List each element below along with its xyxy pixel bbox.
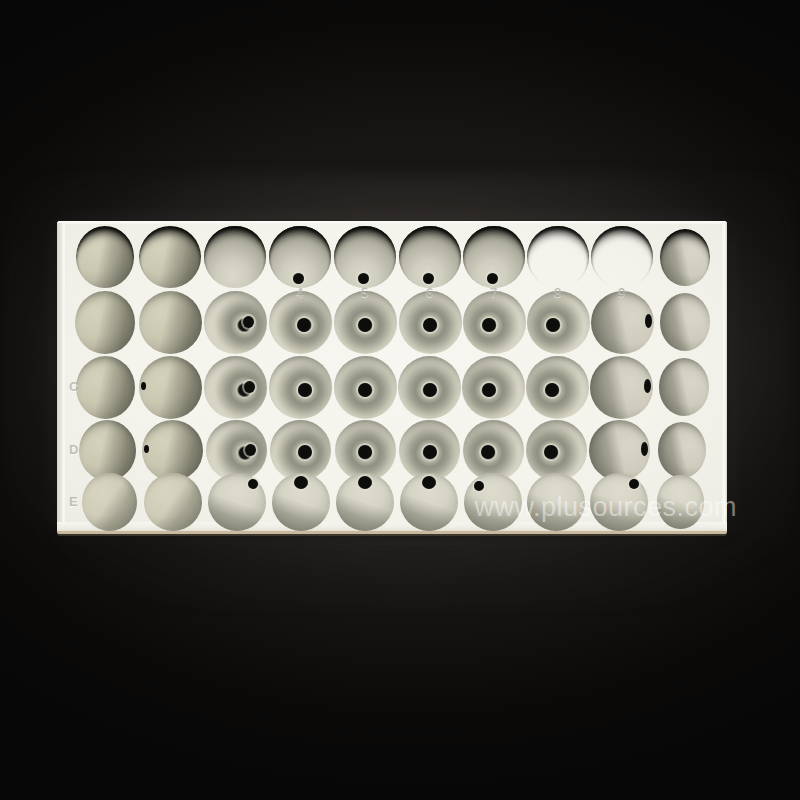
well-A6 — [399, 226, 461, 288]
well-E2 — [144, 473, 202, 531]
well-A3 — [204, 226, 266, 288]
well-A5 — [334, 226, 396, 288]
well-B1 — [75, 291, 134, 354]
well-D8 — [526, 420, 587, 481]
rack-right-edge — [722, 222, 727, 532]
well-E3 — [208, 473, 266, 531]
well-B10 — [660, 293, 710, 351]
through-hole — [245, 444, 256, 456]
through-hole — [358, 445, 372, 459]
well-C5 — [334, 356, 397, 419]
watermark-text: www.plusources.com — [474, 492, 737, 523]
well-C9 — [590, 356, 653, 419]
through-hole — [358, 318, 372, 332]
well-D5 — [335, 420, 396, 481]
col-label-7: 7 — [490, 285, 497, 300]
well-D3 — [206, 420, 267, 481]
through-hole — [546, 318, 560, 332]
well-E4 — [272, 473, 330, 531]
through-hole — [358, 383, 372, 397]
through-hole — [141, 382, 146, 390]
well-C10 — [659, 358, 709, 416]
row-label-E: E — [69, 494, 78, 509]
through-hole — [294, 476, 308, 489]
through-hole — [422, 476, 436, 489]
through-hole — [298, 445, 312, 459]
well-C3 — [204, 356, 267, 419]
through-hole — [248, 479, 258, 489]
well-C7 — [462, 356, 525, 419]
through-hole — [482, 383, 496, 397]
through-hole — [423, 273, 434, 284]
photo-background: 456789CDE www.plusources.com — [0, 0, 800, 800]
through-hole — [358, 476, 372, 489]
through-hole — [481, 445, 495, 459]
well-A10 — [660, 229, 710, 286]
well-A8 — [527, 226, 589, 288]
tube-rack: 456789CDE — [57, 221, 727, 534]
through-hole — [482, 318, 496, 332]
through-hole — [293, 273, 304, 284]
through-hole — [544, 445, 558, 459]
rack-left-edge — [57, 223, 65, 531]
through-hole — [297, 318, 311, 332]
through-hole — [641, 442, 648, 456]
through-hole — [243, 316, 254, 328]
well-D1 — [79, 420, 136, 481]
well-A7 — [463, 226, 525, 288]
through-hole — [423, 445, 437, 459]
well-D2 — [142, 420, 203, 481]
rack-top-edge — [57, 221, 727, 224]
through-hole — [644, 379, 651, 393]
col-label-9: 9 — [618, 285, 625, 300]
well-E5 — [336, 473, 394, 531]
well-C1 — [76, 356, 135, 419]
through-hole — [144, 445, 149, 453]
col-label-4: 4 — [296, 285, 303, 300]
through-hole — [545, 383, 559, 397]
through-hole — [298, 383, 312, 397]
well-E6 — [400, 473, 458, 531]
through-hole — [244, 381, 255, 393]
well-D10 — [658, 422, 707, 478]
well-C4 — [269, 356, 332, 419]
well-A2 — [139, 226, 201, 288]
well-B2 — [139, 291, 202, 354]
well-A1 — [76, 226, 134, 288]
well-A9 — [591, 226, 653, 288]
well-C2 — [139, 356, 202, 419]
well-D6 — [399, 420, 460, 481]
through-hole — [423, 318, 437, 332]
through-hole — [487, 273, 498, 284]
well-C8 — [526, 356, 589, 419]
col-label-6: 6 — [426, 285, 433, 300]
col-label-5: 5 — [361, 285, 368, 300]
row-label-C: C — [69, 379, 78, 394]
well-E1 — [82, 473, 137, 531]
well-B3 — [204, 291, 267, 354]
through-hole — [474, 481, 484, 491]
well-C6 — [398, 356, 461, 419]
well-D9 — [589, 420, 650, 481]
col-label-8: 8 — [554, 285, 561, 300]
through-hole — [423, 383, 437, 397]
well-D4 — [270, 420, 331, 481]
through-hole — [629, 479, 639, 489]
through-hole — [358, 273, 369, 284]
well-A4 — [269, 226, 331, 288]
well-D7 — [463, 420, 524, 481]
row-label-D: D — [69, 442, 78, 457]
through-hole — [645, 314, 652, 328]
